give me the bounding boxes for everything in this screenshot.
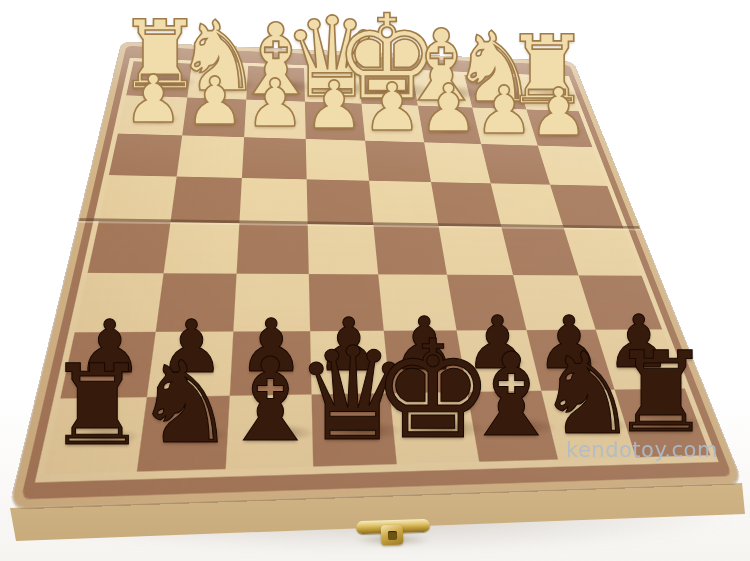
piece-white-pawn: ♟: [475, 78, 534, 144]
piece-white-pawn: ♟: [419, 77, 478, 143]
pieces-layer: ♜♞♝♛♚♝♞♜♟♟♟♟♟♟♟♟♟♟♟♟♟♟♟♟♜♞♝♛♚♝♞♜: [0, 0, 750, 561]
piece-white-pawn: ♟: [246, 71, 305, 137]
piece-white-pawn: ♟: [185, 69, 244, 135]
piece-dark-rook: ♜: [611, 338, 711, 449]
piece-white-pawn: ♟: [124, 67, 183, 133]
chess-set-photo: kendotoy.com ♜♞♝♛♚♝♞♜♟♟♟♟♟♟♟♟♟♟♟♟♟♟♟♟♜♞♝…: [0, 0, 750, 561]
piece-white-pawn: ♟: [362, 75, 421, 141]
piece-white-pawn: ♟: [305, 73, 364, 139]
piece-dark-rook: ♜: [47, 350, 147, 461]
piece-white-pawn: ♟: [529, 80, 588, 146]
